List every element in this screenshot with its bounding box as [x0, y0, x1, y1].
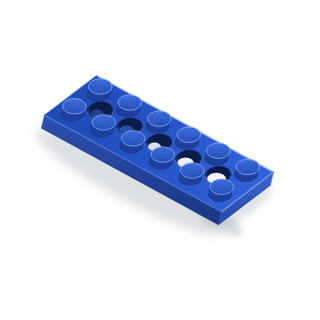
stud-back-c2 — [116, 95, 142, 117]
stud-back-c1 — [87, 79, 113, 101]
stud-front-c2 — [90, 115, 116, 137]
stud-back-c3 — [146, 111, 172, 133]
stud-top — [118, 95, 142, 110]
stud-back-c5 — [205, 143, 231, 165]
stud-top — [207, 143, 231, 158]
stud-top — [92, 115, 116, 130]
stud-top — [236, 159, 260, 174]
stud-front-c5 — [179, 163, 205, 185]
stud-back-c4 — [175, 127, 201, 149]
stud-top — [63, 99, 87, 114]
lego-plate-photo — [0, 0, 320, 320]
stud-front-c6 — [208, 179, 234, 201]
stud-top — [122, 131, 146, 146]
stud-top — [151, 147, 175, 162]
photo-canvas — [0, 0, 320, 320]
stud-top — [89, 79, 113, 94]
stud-top — [210, 179, 234, 194]
stud-top — [181, 163, 205, 178]
stud-front-c1 — [61, 99, 87, 121]
stud-front-c4 — [149, 147, 175, 169]
stud-back-c6 — [234, 159, 260, 181]
stud-top — [148, 111, 172, 126]
stud-front-c3 — [120, 131, 146, 153]
stud-top — [177, 127, 201, 142]
